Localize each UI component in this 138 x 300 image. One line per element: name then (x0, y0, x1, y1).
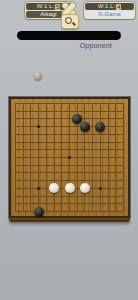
opponent-label: Opponent (48, 42, 112, 49)
white-stone (80, 183, 90, 193)
black-stone (95, 122, 105, 132)
right-player-name: N.Gama (85, 11, 134, 18)
star-point (68, 156, 71, 159)
white-stone (65, 183, 75, 193)
magnifier-button[interactable] (61, 14, 79, 29)
left-record-label: W:1 L: (37, 3, 54, 10)
floating-stone (34, 72, 42, 80)
black-stone (80, 122, 90, 132)
right-record-value: 4 (116, 4, 121, 10)
right-player-record: W:1 L: 4 (85, 3, 134, 10)
right-player-plaque[interactable]: W:1 L: 4 N.Gama (84, 2, 135, 19)
magnifier-icon-handle (71, 22, 75, 26)
board-grid (11, 99, 128, 216)
status-bar (17, 31, 121, 40)
star-point (37, 125, 40, 128)
star-point (37, 187, 40, 190)
app-screen: W:1 L: 5 Aikagi W:1 L: 4 N.Gama Opponent (0, 0, 138, 300)
white-stone (49, 183, 59, 193)
right-record-label: W:1 L: (98, 3, 115, 10)
board[interactable] (9, 97, 130, 218)
star-point (99, 187, 102, 190)
black-stone (34, 207, 44, 217)
board-edge (9, 218, 130, 222)
